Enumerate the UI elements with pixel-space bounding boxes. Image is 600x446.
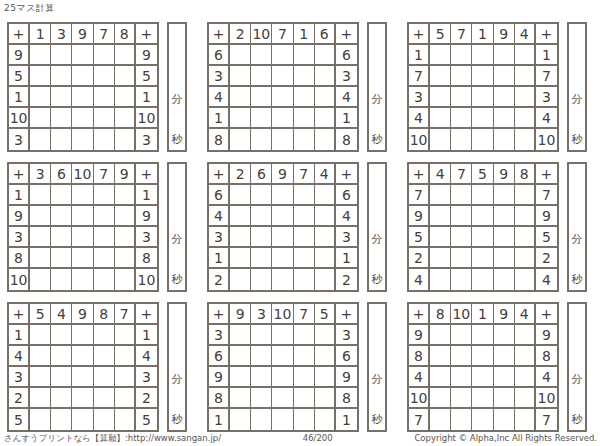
answer-cell[interactable] — [30, 45, 51, 66]
answer-cell[interactable] — [30, 227, 51, 248]
col-header-cell: 7 — [451, 164, 472, 185]
answer-cell[interactable] — [272, 108, 293, 129]
answer-cell[interactable] — [272, 185, 293, 206]
row-header-cell: 7 — [409, 66, 430, 87]
answer-cell[interactable] — [451, 185, 472, 206]
answer-cell[interactable] — [451, 248, 472, 269]
row-header-cell: 4 — [409, 367, 430, 388]
answer-cell[interactable] — [315, 185, 336, 206]
answer-cell[interactable] — [230, 66, 251, 87]
answer-cell[interactable] — [451, 269, 472, 290]
row-header-cell: 6 — [209, 45, 230, 66]
answer-cell[interactable] — [230, 248, 251, 269]
col-header-cell: 5 — [30, 304, 51, 325]
minutes-label: 分 — [572, 232, 583, 247]
row-header-repeat-cell: 3 — [136, 367, 157, 388]
row-header-repeat-cell: 1 — [336, 248, 357, 269]
col-header-cell: 4 — [430, 164, 451, 185]
answer-cell[interactable] — [251, 129, 272, 150]
answer-cell[interactable] — [94, 227, 115, 248]
answer-cell[interactable] — [315, 227, 336, 248]
answer-cell[interactable] — [472, 87, 493, 108]
answer-cell[interactable] — [115, 108, 136, 129]
answer-cell[interactable] — [51, 388, 72, 409]
answer-cell[interactable] — [51, 409, 72, 430]
calc-grid: +13978+995511101033 — [7, 22, 159, 152]
answer-cell[interactable] — [30, 108, 51, 129]
answer-cell[interactable] — [472, 367, 493, 388]
answer-cell[interactable] — [94, 409, 115, 430]
row-header-repeat-cell: 5 — [136, 66, 157, 87]
answer-cell[interactable] — [515, 367, 536, 388]
answer-cell[interactable] — [472, 206, 493, 227]
answer-cell[interactable] — [430, 129, 451, 150]
answer-cell[interactable] — [272, 206, 293, 227]
row-header-cell: 3 — [9, 367, 30, 388]
answer-cell[interactable] — [94, 388, 115, 409]
col-header-cell: 6 — [251, 164, 272, 185]
answer-cell[interactable] — [72, 185, 93, 206]
answer-cell[interactable] — [272, 248, 293, 269]
answer-cell[interactable] — [230, 108, 251, 129]
answer-cell[interactable] — [294, 388, 315, 409]
answer-cell[interactable] — [30, 129, 51, 150]
answer-cell[interactable] — [272, 227, 293, 248]
row-header-cell: 9 — [9, 206, 30, 227]
answer-cell[interactable] — [315, 367, 336, 388]
answer-cell[interactable] — [251, 185, 272, 206]
answer-cell[interactable] — [115, 227, 136, 248]
answer-cell[interactable] — [251, 346, 272, 367]
answer-cell[interactable] — [294, 367, 315, 388]
col-header-cell: 7 — [294, 164, 315, 185]
answer-cell[interactable] — [115, 325, 136, 346]
answer-cell[interactable] — [30, 388, 51, 409]
col-header-cell: 5 — [430, 24, 451, 45]
answer-cell[interactable] — [315, 346, 336, 367]
answer-cell[interactable] — [72, 129, 93, 150]
answer-cell[interactable] — [515, 227, 536, 248]
col-header-cell: 4 — [515, 24, 536, 45]
answer-cell[interactable] — [251, 388, 272, 409]
operator-plus-cell: + — [536, 24, 557, 45]
row-header-cell: 2 — [9, 388, 30, 409]
answer-cell[interactable] — [472, 346, 493, 367]
answer-cell[interactable] — [451, 129, 472, 150]
puzzles-container: +13978+995511101033 分 秒 +210716+66334411… — [7, 22, 587, 432]
answer-cell[interactable] — [230, 206, 251, 227]
answer-cell[interactable] — [30, 269, 51, 290]
row-header-repeat-cell: 4 — [336, 87, 357, 108]
answer-cell[interactable] — [315, 325, 336, 346]
answer-cell[interactable] — [230, 325, 251, 346]
answer-cell[interactable] — [472, 388, 493, 409]
answer-cell[interactable] — [230, 185, 251, 206]
seconds-label: 秒 — [572, 412, 583, 427]
answer-cell[interactable] — [515, 185, 536, 206]
answer-cell[interactable] — [115, 248, 136, 269]
puzzle-block-9: +810194+998844101077 分 秒 — [407, 302, 587, 432]
answer-cell[interactable] — [251, 206, 272, 227]
answer-cell[interactable] — [94, 129, 115, 150]
answer-cell[interactable] — [94, 45, 115, 66]
answer-cell[interactable] — [51, 325, 72, 346]
answer-cell[interactable] — [30, 206, 51, 227]
answer-cell[interactable] — [294, 409, 315, 430]
answer-cell[interactable] — [430, 108, 451, 129]
answer-cell[interactable] — [430, 346, 451, 367]
footer-site-credit[interactable]: さんすうプリントなら【算願】:http://www.sangan.jp/ — [4, 433, 221, 445]
answer-cell[interactable] — [451, 409, 472, 430]
answer-cell[interactable] — [451, 66, 472, 87]
answer-cell[interactable] — [230, 346, 251, 367]
row-header-cell: 4 — [9, 346, 30, 367]
answer-cell[interactable] — [472, 108, 493, 129]
operator-plus-cell: + — [409, 24, 430, 45]
answer-cell[interactable] — [430, 227, 451, 248]
answer-cell[interactable] — [472, 129, 493, 150]
col-header-cell: 9 — [494, 24, 515, 45]
answer-cell[interactable] — [72, 325, 93, 346]
answer-cell[interactable] — [294, 325, 315, 346]
answer-cell[interactable] — [94, 206, 115, 227]
answer-cell[interactable] — [72, 227, 93, 248]
timer-box: 分 秒 — [567, 302, 587, 432]
answer-cell[interactable] — [30, 248, 51, 269]
row-header-repeat-cell: 2 — [136, 388, 157, 409]
answer-cell[interactable] — [230, 367, 251, 388]
col-header-cell: 1 — [472, 24, 493, 45]
answer-cell[interactable] — [515, 45, 536, 66]
answer-cell[interactable] — [494, 409, 515, 430]
answer-cell[interactable] — [251, 87, 272, 108]
answer-cell[interactable] — [430, 388, 451, 409]
answer-cell[interactable] — [272, 269, 293, 290]
answer-cell[interactable] — [315, 388, 336, 409]
answer-cell[interactable] — [294, 269, 315, 290]
calc-grid: +361079+119933881010 — [7, 162, 159, 292]
answer-cell[interactable] — [294, 248, 315, 269]
answer-cell[interactable] — [51, 346, 72, 367]
answer-cell[interactable] — [230, 129, 251, 150]
answer-cell[interactable] — [51, 185, 72, 206]
answer-cell[interactable] — [94, 248, 115, 269]
answer-cell[interactable] — [72, 87, 93, 108]
answer-cell[interactable] — [472, 269, 493, 290]
answer-cell[interactable] — [115, 346, 136, 367]
row-header-repeat-cell: 1 — [536, 45, 557, 66]
answer-cell[interactable] — [472, 45, 493, 66]
puzzle-block-1: +13978+995511101033 分 秒 — [7, 22, 187, 152]
answer-cell[interactable] — [315, 129, 336, 150]
answer-cell[interactable] — [251, 325, 272, 346]
answer-cell[interactable] — [294, 185, 315, 206]
answer-cell[interactable] — [472, 248, 493, 269]
seconds-label: 秒 — [572, 272, 583, 287]
answer-cell[interactable] — [451, 346, 472, 367]
calc-grid: +931075+3366998811 — [207, 302, 359, 432]
answer-cell[interactable] — [315, 269, 336, 290]
answer-cell[interactable] — [72, 66, 93, 87]
answer-cell[interactable] — [430, 87, 451, 108]
answer-cell[interactable] — [451, 325, 472, 346]
answer-cell[interactable] — [51, 367, 72, 388]
answer-cell[interactable] — [515, 129, 536, 150]
answer-cell[interactable] — [272, 346, 293, 367]
answer-cell[interactable] — [430, 269, 451, 290]
col-header-cell: 7 — [451, 24, 472, 45]
answer-cell[interactable] — [494, 108, 515, 129]
answer-cell[interactable] — [315, 66, 336, 87]
answer-cell[interactable] — [315, 248, 336, 269]
answer-cell[interactable] — [294, 87, 315, 108]
row-header-cell: 1 — [9, 325, 30, 346]
seconds-label: 秒 — [572, 132, 583, 147]
answer-cell[interactable] — [472, 227, 493, 248]
answer-cell[interactable] — [472, 185, 493, 206]
answer-cell[interactable] — [51, 248, 72, 269]
answer-cell[interactable] — [315, 108, 336, 129]
answer-cell[interactable] — [115, 87, 136, 108]
answer-cell[interactable] — [494, 185, 515, 206]
row-header-repeat-cell: 4 — [536, 108, 557, 129]
answer-cell[interactable] — [294, 129, 315, 150]
answer-cell[interactable] — [272, 66, 293, 87]
answer-cell[interactable] — [230, 87, 251, 108]
answer-cell[interactable] — [272, 87, 293, 108]
answer-cell[interactable] — [94, 346, 115, 367]
answer-cell[interactable] — [115, 66, 136, 87]
answer-cell[interactable] — [430, 45, 451, 66]
answer-cell[interactable] — [515, 248, 536, 269]
answer-cell[interactable] — [51, 227, 72, 248]
answer-cell[interactable] — [494, 388, 515, 409]
answer-cell[interactable] — [72, 269, 93, 290]
timer-box: 分 秒 — [167, 302, 187, 432]
answer-cell[interactable] — [472, 409, 493, 430]
row-header-repeat-cell: 3 — [136, 129, 157, 150]
answer-cell[interactable] — [430, 185, 451, 206]
answer-cell[interactable] — [30, 346, 51, 367]
row-header-cell: 1 — [209, 108, 230, 129]
operator-plus-cell: + — [9, 304, 30, 325]
answer-cell[interactable] — [94, 269, 115, 290]
answer-cell[interactable] — [315, 87, 336, 108]
answer-cell[interactable] — [72, 248, 93, 269]
answer-cell[interactable] — [515, 409, 536, 430]
answer-cell[interactable] — [72, 367, 93, 388]
row-header-repeat-cell: 7 — [536, 185, 557, 206]
row-header-cell: 1 — [209, 409, 230, 430]
row-header-repeat-cell: 8 — [336, 129, 357, 150]
answer-cell[interactable] — [294, 206, 315, 227]
answer-cell[interactable] — [294, 108, 315, 129]
answer-cell[interactable] — [315, 45, 336, 66]
answer-cell[interactable] — [451, 45, 472, 66]
answer-cell[interactable] — [72, 206, 93, 227]
answer-cell[interactable] — [251, 45, 272, 66]
answer-cell[interactable] — [51, 45, 72, 66]
answer-cell[interactable] — [451, 388, 472, 409]
answer-cell[interactable] — [230, 409, 251, 430]
answer-cell[interactable] — [72, 108, 93, 129]
answer-cell[interactable] — [72, 388, 93, 409]
answer-cell[interactable] — [515, 269, 536, 290]
answer-cell[interactable] — [494, 325, 515, 346]
answer-cell[interactable] — [430, 325, 451, 346]
answer-cell[interactable] — [115, 129, 136, 150]
answer-cell[interactable] — [51, 108, 72, 129]
seconds-label: 秒 — [372, 412, 383, 427]
puzzle-block-5: +26974+6644331122 分 秒 — [207, 162, 387, 292]
answer-cell[interactable] — [294, 66, 315, 87]
answer-cell[interactable] — [430, 367, 451, 388]
operator-plus-cell: + — [409, 304, 430, 325]
answer-cell[interactable] — [494, 248, 515, 269]
answer-cell[interactable] — [72, 45, 93, 66]
row-header-cell: 8 — [209, 388, 230, 409]
answer-cell[interactable] — [251, 227, 272, 248]
answer-cell[interactable] — [294, 346, 315, 367]
answer-cell[interactable] — [51, 206, 72, 227]
col-header-cell: 9 — [72, 24, 93, 45]
answer-cell[interactable] — [494, 269, 515, 290]
answer-cell[interactable] — [251, 66, 272, 87]
answer-cell[interactable] — [272, 325, 293, 346]
answer-cell[interactable] — [451, 87, 472, 108]
answer-cell[interactable] — [94, 325, 115, 346]
answer-cell[interactable] — [94, 108, 115, 129]
answer-cell[interactable] — [251, 367, 272, 388]
answer-cell[interactable] — [30, 87, 51, 108]
answer-cell[interactable] — [494, 66, 515, 87]
answer-cell[interactable] — [515, 388, 536, 409]
answer-cell[interactable] — [230, 388, 251, 409]
answer-cell[interactable] — [494, 367, 515, 388]
answer-cell[interactable] — [51, 87, 72, 108]
answer-cell[interactable] — [115, 409, 136, 430]
answer-cell[interactable] — [51, 269, 72, 290]
answer-cell[interactable] — [251, 248, 272, 269]
answer-cell[interactable] — [451, 108, 472, 129]
col-header-cell: 10 — [251, 24, 272, 45]
answer-cell[interactable] — [30, 185, 51, 206]
answer-cell[interactable] — [272, 45, 293, 66]
answer-cell[interactable] — [72, 409, 93, 430]
answer-cell[interactable] — [94, 367, 115, 388]
answer-cell[interactable] — [72, 346, 93, 367]
answer-cell[interactable] — [115, 388, 136, 409]
answer-cell[interactable] — [30, 367, 51, 388]
minutes-label: 分 — [172, 92, 183, 107]
row-header-repeat-cell: 7 — [536, 409, 557, 430]
answer-cell[interactable] — [115, 367, 136, 388]
row-header-repeat-cell: 2 — [336, 269, 357, 290]
operator-plus-cell: + — [409, 164, 430, 185]
answer-cell[interactable] — [451, 206, 472, 227]
row-header-cell: 8 — [9, 248, 30, 269]
answer-cell[interactable] — [494, 206, 515, 227]
answer-cell[interactable] — [51, 66, 72, 87]
answer-cell[interactable] — [30, 66, 51, 87]
col-header-cell: 8 — [115, 24, 136, 45]
answer-cell[interactable] — [515, 346, 536, 367]
row-header-repeat-cell: 4 — [536, 269, 557, 290]
answer-cell[interactable] — [515, 87, 536, 108]
answer-cell[interactable] — [315, 409, 336, 430]
answer-cell[interactable] — [230, 45, 251, 66]
answer-cell[interactable] — [94, 87, 115, 108]
answer-cell[interactable] — [294, 45, 315, 66]
row-header-cell: 8 — [209, 129, 230, 150]
answer-cell[interactable] — [494, 346, 515, 367]
row-header-repeat-cell: 9 — [136, 45, 157, 66]
answer-cell[interactable] — [294, 227, 315, 248]
answer-cell[interactable] — [430, 409, 451, 430]
answer-cell[interactable] — [515, 108, 536, 129]
answer-cell[interactable] — [494, 87, 515, 108]
page-title: 25マス計算 — [4, 2, 55, 15]
answer-cell[interactable] — [272, 388, 293, 409]
col-header-cell: 5 — [315, 304, 336, 325]
answer-cell[interactable] — [230, 269, 251, 290]
answer-cell[interactable] — [430, 206, 451, 227]
row-header-cell: 10 — [9, 108, 30, 129]
answer-cell[interactable] — [272, 409, 293, 430]
answer-cell[interactable] — [115, 206, 136, 227]
answer-cell[interactable] — [30, 409, 51, 430]
answer-cell[interactable] — [472, 66, 493, 87]
answer-cell[interactable] — [115, 45, 136, 66]
answer-cell[interactable] — [251, 409, 272, 430]
col-header-cell: 9 — [72, 304, 93, 325]
answer-cell[interactable] — [51, 129, 72, 150]
answer-cell[interactable] — [430, 248, 451, 269]
answer-cell[interactable] — [451, 367, 472, 388]
row-header-repeat-cell: 10 — [136, 269, 157, 290]
row-header-cell: 3 — [409, 87, 430, 108]
row-header-cell: 6 — [209, 185, 230, 206]
answer-cell[interactable] — [315, 206, 336, 227]
answer-cell[interactable] — [272, 129, 293, 150]
answer-cell[interactable] — [515, 206, 536, 227]
row-header-cell: 4 — [209, 206, 230, 227]
answer-cell[interactable] — [30, 325, 51, 346]
operator-plus-cell: + — [136, 24, 157, 45]
answer-cell[interactable] — [515, 325, 536, 346]
col-header-cell: 3 — [251, 304, 272, 325]
answer-cell[interactable] — [251, 108, 272, 129]
answer-cell[interactable] — [115, 269, 136, 290]
answer-cell[interactable] — [515, 66, 536, 87]
answer-cell[interactable] — [494, 45, 515, 66]
col-header-cell: 9 — [230, 304, 251, 325]
answer-cell[interactable] — [494, 227, 515, 248]
answer-cell[interactable] — [94, 66, 115, 87]
timer-box: 分 秒 — [167, 162, 187, 292]
answer-cell[interactable] — [251, 269, 272, 290]
answer-cell[interactable] — [430, 66, 451, 87]
answer-cell[interactable] — [230, 227, 251, 248]
seconds-label: 秒 — [372, 132, 383, 147]
answer-cell[interactable] — [272, 367, 293, 388]
answer-cell[interactable] — [451, 227, 472, 248]
answer-cell[interactable] — [494, 129, 515, 150]
timer-box: 分 秒 — [167, 22, 187, 152]
answer-cell[interactable] — [94, 185, 115, 206]
answer-cell[interactable] — [472, 325, 493, 346]
answer-cell[interactable] — [115, 185, 136, 206]
